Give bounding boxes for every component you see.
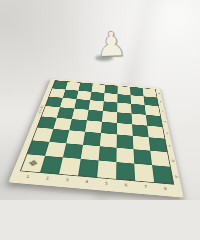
square-h8 xyxy=(152,165,173,183)
coordinate-label: 8 xyxy=(155,185,176,194)
coordinate-label: 5 xyxy=(96,179,116,187)
white-pawn: ♟ xyxy=(95,26,127,61)
coordinate-label: 3 xyxy=(57,176,78,184)
square-h5 xyxy=(97,161,116,179)
square-g5 xyxy=(99,146,117,162)
square-g4 xyxy=(81,145,100,161)
square-h4 xyxy=(78,159,98,177)
coordinate-label: 7 xyxy=(136,183,156,192)
square-h7 xyxy=(134,164,154,182)
square-h6 xyxy=(116,162,135,180)
square-g6 xyxy=(116,148,134,164)
coordinate-label: 1 xyxy=(17,173,39,181)
square-g7 xyxy=(133,149,152,165)
coordinate-label: 4 xyxy=(76,178,96,186)
coordinate-label: 6 xyxy=(116,181,136,189)
square-g8 xyxy=(150,151,170,167)
coordinate-label: 2 xyxy=(37,174,58,182)
